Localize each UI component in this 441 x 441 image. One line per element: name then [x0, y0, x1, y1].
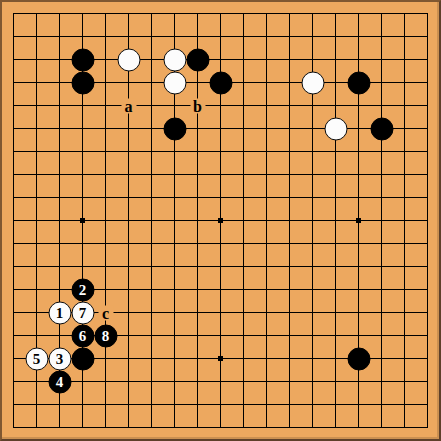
intersection-A8 — [2, 255, 25, 278]
star-point-Q10 — [356, 218, 361, 223]
intersection-Q17 — [347, 48, 370, 71]
intersection-P10 — [324, 209, 347, 232]
intersection-T3 — [416, 370, 439, 393]
intersection-A15 — [2, 94, 25, 117]
intersection-D5: 6 — [71, 324, 94, 347]
intersection-H12 — [163, 163, 186, 186]
intersection-J14 — [186, 117, 209, 140]
intersection-A14 — [2, 117, 25, 140]
intersection-C2 — [48, 393, 71, 416]
intersection-A2 — [2, 393, 25, 416]
intersection-O6 — [301, 301, 324, 324]
intersection-C5 — [48, 324, 71, 347]
intersection-S9 — [393, 232, 416, 255]
stone-white-H17 — [163, 48, 186, 71]
move-1-stone-C6: 1 — [48, 301, 71, 324]
star-point-K4 — [218, 356, 223, 361]
intersection-F13 — [117, 140, 140, 163]
intersection-H19 — [163, 2, 186, 25]
intersection-E16 — [94, 71, 117, 94]
intersection-J15: b — [186, 94, 209, 117]
intersection-T17 — [416, 48, 439, 71]
intersection-Q1 — [347, 416, 370, 439]
intersection-R2 — [370, 393, 393, 416]
intersection-J6 — [186, 301, 209, 324]
intersection-S18 — [393, 25, 416, 48]
move-4-stone-C3: 4 — [48, 370, 71, 393]
intersection-G6 — [140, 301, 163, 324]
intersection-A1 — [2, 416, 25, 439]
intersection-D2 — [71, 393, 94, 416]
intersection-K17 — [209, 48, 232, 71]
intersection-Q12 — [347, 163, 370, 186]
intersection-K16 — [209, 71, 232, 94]
intersection-M19 — [255, 2, 278, 25]
intersection-T6 — [416, 301, 439, 324]
intersection-B6 — [25, 301, 48, 324]
intersection-R5 — [370, 324, 393, 347]
intersection-O10 — [301, 209, 324, 232]
intersection-Q16 — [347, 71, 370, 94]
intersection-Q15 — [347, 94, 370, 117]
intersection-R1 — [370, 416, 393, 439]
intersection-H3 — [163, 370, 186, 393]
intersection-C16 — [48, 71, 71, 94]
intersection-C18 — [48, 25, 71, 48]
intersection-S10 — [393, 209, 416, 232]
intersection-M13 — [255, 140, 278, 163]
star-point-K10 — [218, 218, 223, 223]
intersection-O7 — [301, 278, 324, 301]
intersection-H14 — [163, 117, 186, 140]
intersection-C15 — [48, 94, 71, 117]
intersection-F3 — [117, 370, 140, 393]
stone-white-H16 — [163, 71, 186, 94]
intersection-S1 — [393, 416, 416, 439]
intersection-P5 — [324, 324, 347, 347]
intersection-C9 — [48, 232, 71, 255]
intersection-D13 — [71, 140, 94, 163]
intersection-C12 — [48, 163, 71, 186]
intersection-L7 — [232, 278, 255, 301]
intersection-M3 — [255, 370, 278, 393]
intersection-R12 — [370, 163, 393, 186]
intersection-A10 — [2, 209, 25, 232]
intersection-K14 — [209, 117, 232, 140]
intersection-C7 — [48, 278, 71, 301]
intersection-C3: 4 — [48, 370, 71, 393]
intersection-J3 — [186, 370, 209, 393]
intersection-S8 — [393, 255, 416, 278]
intersection-R9 — [370, 232, 393, 255]
intersection-F19 — [117, 2, 140, 25]
intersection-B19 — [25, 2, 48, 25]
intersection-L9 — [232, 232, 255, 255]
intersection-A13 — [2, 140, 25, 163]
intersection-N4 — [278, 347, 301, 370]
intersection-N12 — [278, 163, 301, 186]
intersection-K10 — [209, 209, 232, 232]
intersection-C19 — [48, 2, 71, 25]
move-number: 4 — [56, 374, 64, 389]
intersection-D3 — [71, 370, 94, 393]
intersection-M10 — [255, 209, 278, 232]
intersection-K1 — [209, 416, 232, 439]
intersection-D17 — [71, 48, 94, 71]
intersection-G5 — [140, 324, 163, 347]
intersection-R15 — [370, 94, 393, 117]
intersection-H6 — [163, 301, 186, 324]
move-number: 2 — [79, 282, 87, 297]
point-label-text: a — [125, 98, 133, 113]
intersection-R10 — [370, 209, 393, 232]
intersection-N18 — [278, 25, 301, 48]
go-board-grid: ab217c68534 — [2, 2, 439, 439]
intersection-Q10 — [347, 209, 370, 232]
intersection-R17 — [370, 48, 393, 71]
intersection-H17 — [163, 48, 186, 71]
intersection-S16 — [393, 71, 416, 94]
intersection-O12 — [301, 163, 324, 186]
intersection-M16 — [255, 71, 278, 94]
intersection-D1 — [71, 416, 94, 439]
intersection-E15 — [94, 94, 117, 117]
intersection-C13 — [48, 140, 71, 163]
intersection-K18 — [209, 25, 232, 48]
intersection-D7: 2 — [71, 278, 94, 301]
intersection-L2 — [232, 393, 255, 416]
intersection-R8 — [370, 255, 393, 278]
intersection-A18 — [2, 25, 25, 48]
intersection-O3 — [301, 370, 324, 393]
intersection-B16 — [25, 71, 48, 94]
intersection-A6 — [2, 301, 25, 324]
intersection-N3 — [278, 370, 301, 393]
intersection-T12 — [416, 163, 439, 186]
intersection-P11 — [324, 186, 347, 209]
intersection-B2 — [25, 393, 48, 416]
intersection-J10 — [186, 209, 209, 232]
intersection-A5 — [2, 324, 25, 347]
intersection-L6 — [232, 301, 255, 324]
intersection-Q18 — [347, 25, 370, 48]
intersection-E5: 8 — [94, 324, 117, 347]
intersection-M1 — [255, 416, 278, 439]
intersection-Q14 — [347, 117, 370, 140]
intersection-Q11 — [347, 186, 370, 209]
intersection-D4 — [71, 347, 94, 370]
intersection-K8 — [209, 255, 232, 278]
intersection-S4 — [393, 347, 416, 370]
intersection-F16 — [117, 71, 140, 94]
intersection-B8 — [25, 255, 48, 278]
intersection-L18 — [232, 25, 255, 48]
stone-white-P14 — [324, 117, 347, 140]
intersection-T10 — [416, 209, 439, 232]
intersection-D9 — [71, 232, 94, 255]
intersection-O15 — [301, 94, 324, 117]
intersection-B5 — [25, 324, 48, 347]
intersection-P2 — [324, 393, 347, 416]
intersection-N14 — [278, 117, 301, 140]
intersection-J8 — [186, 255, 209, 278]
intersection-P6 — [324, 301, 347, 324]
intersection-Q5 — [347, 324, 370, 347]
go-board: ab217c68534 — [0, 0, 441, 441]
stone-white-F17 — [117, 48, 140, 71]
intersection-E1 — [94, 416, 117, 439]
intersection-R7 — [370, 278, 393, 301]
intersection-H15 — [163, 94, 186, 117]
intersection-M12 — [255, 163, 278, 186]
intersection-P9 — [324, 232, 347, 255]
intersection-T4 — [416, 347, 439, 370]
intersection-B15 — [25, 94, 48, 117]
intersection-M8 — [255, 255, 278, 278]
intersection-A12 — [2, 163, 25, 186]
intersection-H18 — [163, 25, 186, 48]
intersection-C4: 3 — [48, 347, 71, 370]
intersection-H11 — [163, 186, 186, 209]
move-number: 1 — [56, 305, 64, 320]
intersection-J1 — [186, 416, 209, 439]
intersection-N8 — [278, 255, 301, 278]
intersection-O11 — [301, 186, 324, 209]
intersection-R11 — [370, 186, 393, 209]
intersection-E3 — [94, 370, 117, 393]
intersection-P18 — [324, 25, 347, 48]
intersection-P3 — [324, 370, 347, 393]
intersection-L1 — [232, 416, 255, 439]
intersection-G2 — [140, 393, 163, 416]
intersection-T16 — [416, 71, 439, 94]
intersection-N1 — [278, 416, 301, 439]
intersection-G14 — [140, 117, 163, 140]
intersection-L3 — [232, 370, 255, 393]
intersection-F10 — [117, 209, 140, 232]
intersection-N16 — [278, 71, 301, 94]
intersection-G10 — [140, 209, 163, 232]
intersection-R6 — [370, 301, 393, 324]
move-5-stone-B4: 5 — [25, 347, 48, 370]
intersection-E12 — [94, 163, 117, 186]
move-number: 6 — [79, 328, 87, 343]
intersection-O9 — [301, 232, 324, 255]
intersection-S6 — [393, 301, 416, 324]
intersection-S13 — [393, 140, 416, 163]
intersection-G15 — [140, 94, 163, 117]
intersection-D6: 7 — [71, 301, 94, 324]
intersection-N9 — [278, 232, 301, 255]
intersection-C8 — [48, 255, 71, 278]
intersection-S3 — [393, 370, 416, 393]
intersection-A9 — [2, 232, 25, 255]
intersection-E18 — [94, 25, 117, 48]
intersection-T5 — [416, 324, 439, 347]
intersection-D19 — [71, 2, 94, 25]
intersection-R13 — [370, 140, 393, 163]
intersection-S12 — [393, 163, 416, 186]
move-7-stone-D6: 7 — [71, 301, 94, 324]
intersection-B11 — [25, 186, 48, 209]
intersection-J2 — [186, 393, 209, 416]
intersection-M15 — [255, 94, 278, 117]
intersection-J12 — [186, 163, 209, 186]
intersection-H5 — [163, 324, 186, 347]
intersection-Q19 — [347, 2, 370, 25]
intersection-O5 — [301, 324, 324, 347]
intersection-H16 — [163, 71, 186, 94]
intersection-T2 — [416, 393, 439, 416]
intersection-T11 — [416, 186, 439, 209]
stone-black-Q4 — [347, 347, 370, 370]
intersection-L16 — [232, 71, 255, 94]
intersection-R14 — [370, 117, 393, 140]
intersection-F4 — [117, 347, 140, 370]
intersection-G7 — [140, 278, 163, 301]
stone-black-Q16 — [347, 71, 370, 94]
intersection-B7 — [25, 278, 48, 301]
intersection-A7 — [2, 278, 25, 301]
intersection-M2 — [255, 393, 278, 416]
intersection-K12 — [209, 163, 232, 186]
move-6-stone-D5: 6 — [71, 324, 94, 347]
intersection-Q7 — [347, 278, 370, 301]
intersection-S2 — [393, 393, 416, 416]
stone-black-R14 — [370, 117, 393, 140]
intersection-J19 — [186, 2, 209, 25]
intersection-F1 — [117, 416, 140, 439]
point-label-text: b — [193, 98, 202, 113]
intersection-A19 — [2, 2, 25, 25]
intersection-G17 — [140, 48, 163, 71]
intersection-T7 — [416, 278, 439, 301]
intersection-N17 — [278, 48, 301, 71]
intersection-M9 — [255, 232, 278, 255]
intersection-P15 — [324, 94, 347, 117]
intersection-K7 — [209, 278, 232, 301]
intersection-R3 — [370, 370, 393, 393]
intersection-N11 — [278, 186, 301, 209]
intersection-K19 — [209, 2, 232, 25]
intersection-B18 — [25, 25, 48, 48]
intersection-T1 — [416, 416, 439, 439]
intersection-F9 — [117, 232, 140, 255]
intersection-O2 — [301, 393, 324, 416]
stone-black-J17 — [186, 48, 209, 71]
intersection-F7 — [117, 278, 140, 301]
intersection-N15 — [278, 94, 301, 117]
intersection-T13 — [416, 140, 439, 163]
intersection-G8 — [140, 255, 163, 278]
intersection-O18 — [301, 25, 324, 48]
intersection-T8 — [416, 255, 439, 278]
move-number: 7 — [79, 305, 87, 320]
intersection-A17 — [2, 48, 25, 71]
move-number: 5 — [33, 351, 41, 366]
intersection-R4 — [370, 347, 393, 370]
intersection-P13 — [324, 140, 347, 163]
point-label-c: c — [98, 305, 113, 320]
intersection-T15 — [416, 94, 439, 117]
intersection-K3 — [209, 370, 232, 393]
intersection-F18 — [117, 25, 140, 48]
intersection-J13 — [186, 140, 209, 163]
intersection-L10 — [232, 209, 255, 232]
intersection-P4 — [324, 347, 347, 370]
intersection-H13 — [163, 140, 186, 163]
intersection-C17 — [48, 48, 71, 71]
intersection-F2 — [117, 393, 140, 416]
intersection-B9 — [25, 232, 48, 255]
intersection-M6 — [255, 301, 278, 324]
intersection-J11 — [186, 186, 209, 209]
intersection-E6: c — [94, 301, 117, 324]
intersection-K11 — [209, 186, 232, 209]
intersection-C14 — [48, 117, 71, 140]
intersection-J5 — [186, 324, 209, 347]
intersection-R16 — [370, 71, 393, 94]
intersection-T9 — [416, 232, 439, 255]
intersection-J16 — [186, 71, 209, 94]
intersection-S14 — [393, 117, 416, 140]
intersection-S17 — [393, 48, 416, 71]
intersection-T18 — [416, 25, 439, 48]
intersection-L15 — [232, 94, 255, 117]
intersection-F14 — [117, 117, 140, 140]
intersection-O13 — [301, 140, 324, 163]
intersection-L19 — [232, 2, 255, 25]
intersection-E8 — [94, 255, 117, 278]
intersection-L17 — [232, 48, 255, 71]
stone-black-D16 — [71, 71, 94, 94]
intersection-D11 — [71, 186, 94, 209]
intersection-B4: 5 — [25, 347, 48, 370]
intersection-M11 — [255, 186, 278, 209]
intersection-K6 — [209, 301, 232, 324]
intersection-J17 — [186, 48, 209, 71]
intersection-G18 — [140, 25, 163, 48]
intersection-A3 — [2, 370, 25, 393]
point-label-a: a — [121, 98, 136, 113]
intersection-B14 — [25, 117, 48, 140]
intersection-P16 — [324, 71, 347, 94]
intersection-S15 — [393, 94, 416, 117]
intersection-G12 — [140, 163, 163, 186]
intersection-H4 — [163, 347, 186, 370]
intersection-C1 — [48, 416, 71, 439]
intersection-H2 — [163, 393, 186, 416]
intersection-E14 — [94, 117, 117, 140]
intersection-N13 — [278, 140, 301, 163]
intersection-K15 — [209, 94, 232, 117]
intersection-M5 — [255, 324, 278, 347]
intersection-G1 — [140, 416, 163, 439]
intersection-A11 — [2, 186, 25, 209]
intersection-N6 — [278, 301, 301, 324]
intersection-E13 — [94, 140, 117, 163]
intersection-F8 — [117, 255, 140, 278]
intersection-M4 — [255, 347, 278, 370]
intersection-Q9 — [347, 232, 370, 255]
intersection-M7 — [255, 278, 278, 301]
star-point-D10 — [80, 218, 85, 223]
intersection-E11 — [94, 186, 117, 209]
intersection-P7 — [324, 278, 347, 301]
intersection-M14 — [255, 117, 278, 140]
intersection-Q13 — [347, 140, 370, 163]
intersection-D15 — [71, 94, 94, 117]
